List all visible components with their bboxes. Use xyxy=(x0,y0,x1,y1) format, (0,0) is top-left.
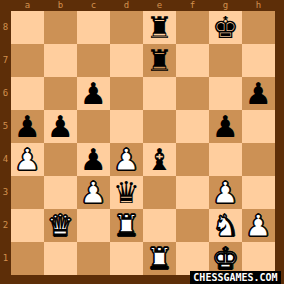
square-e2[interactable] xyxy=(143,209,176,242)
square-g8[interactable]: ♚ xyxy=(209,11,242,44)
square-a1[interactable] xyxy=(11,242,44,275)
square-b3[interactable] xyxy=(44,176,77,209)
square-f6[interactable] xyxy=(176,77,209,110)
square-a7[interactable] xyxy=(11,44,44,77)
black-pawn[interactable]: ♟ xyxy=(212,110,239,143)
square-a2[interactable] xyxy=(11,209,44,242)
square-h4[interactable] xyxy=(242,143,275,176)
square-c5[interactable] xyxy=(77,110,110,143)
rank-label-4: 4 xyxy=(0,143,11,176)
square-c3[interactable]: ♟ xyxy=(77,176,110,209)
square-f7[interactable] xyxy=(176,44,209,77)
chess-board: ♜♚♜♟♟♟♟♟♟♟♟♝♟♛♟♛♜♞♟♜♚ xyxy=(11,11,275,275)
square-f5[interactable] xyxy=(176,110,209,143)
file-label-h: h xyxy=(242,0,275,11)
square-b1[interactable] xyxy=(44,242,77,275)
square-g7[interactable] xyxy=(209,44,242,77)
square-c7[interactable] xyxy=(77,44,110,77)
square-d5[interactable] xyxy=(110,110,143,143)
square-e1[interactable]: ♜ xyxy=(143,242,176,275)
square-d4[interactable]: ♟ xyxy=(110,143,143,176)
square-b4[interactable] xyxy=(44,143,77,176)
file-label-a: a xyxy=(11,0,44,11)
square-h2[interactable]: ♟ xyxy=(242,209,275,242)
file-label-f: f xyxy=(176,0,209,11)
square-g6[interactable] xyxy=(209,77,242,110)
square-a6[interactable] xyxy=(11,77,44,110)
white-knight[interactable]: ♞ xyxy=(212,209,239,242)
square-f3[interactable] xyxy=(176,176,209,209)
square-d7[interactable] xyxy=(110,44,143,77)
white-pawn[interactable]: ♟ xyxy=(80,176,107,209)
square-h3[interactable] xyxy=(242,176,275,209)
square-c1[interactable] xyxy=(77,242,110,275)
square-d1[interactable] xyxy=(110,242,143,275)
square-h5[interactable] xyxy=(242,110,275,143)
file-label-b: b xyxy=(44,0,77,11)
square-g3[interactable]: ♟ xyxy=(209,176,242,209)
rank-label-5: 5 xyxy=(0,110,11,143)
square-b2[interactable]: ♛ xyxy=(44,209,77,242)
square-e3[interactable] xyxy=(143,176,176,209)
file-label-d: d xyxy=(110,0,143,11)
white-pawn[interactable]: ♟ xyxy=(113,143,140,176)
black-pawn[interactable]: ♟ xyxy=(47,110,74,143)
square-g5[interactable]: ♟ xyxy=(209,110,242,143)
square-d2[interactable]: ♜ xyxy=(110,209,143,242)
rank-label-6: 6 xyxy=(0,77,11,110)
square-f2[interactable] xyxy=(176,209,209,242)
square-a4[interactable]: ♟ xyxy=(11,143,44,176)
square-e8[interactable]: ♜ xyxy=(143,11,176,44)
rank-labels: 87654321 xyxy=(0,11,11,275)
square-h6[interactable]: ♟ xyxy=(242,77,275,110)
square-e6[interactable] xyxy=(143,77,176,110)
black-pawn[interactable]: ♟ xyxy=(80,77,107,110)
black-king[interactable]: ♚ xyxy=(212,11,239,44)
square-e5[interactable] xyxy=(143,110,176,143)
white-queen[interactable]: ♛ xyxy=(47,209,74,242)
square-c6[interactable]: ♟ xyxy=(77,77,110,110)
black-rook[interactable]: ♜ xyxy=(146,44,173,77)
square-b8[interactable] xyxy=(44,11,77,44)
square-f8[interactable] xyxy=(176,11,209,44)
rank-label-7: 7 xyxy=(0,44,11,77)
white-rook[interactable]: ♜ xyxy=(113,209,140,242)
square-c4[interactable]: ♟ xyxy=(77,143,110,176)
square-b7[interactable] xyxy=(44,44,77,77)
black-queen[interactable]: ♛ xyxy=(113,176,140,209)
square-g4[interactable] xyxy=(209,143,242,176)
white-pawn[interactable]: ♟ xyxy=(14,143,41,176)
watermark-text: CHESSGAMES.COM xyxy=(193,272,277,283)
square-f4[interactable] xyxy=(176,143,209,176)
square-d3[interactable]: ♛ xyxy=(110,176,143,209)
square-h7[interactable] xyxy=(242,44,275,77)
rank-label-1: 1 xyxy=(0,242,11,275)
black-pawn[interactable]: ♟ xyxy=(80,143,107,176)
square-d8[interactable] xyxy=(110,11,143,44)
rank-label-2: 2 xyxy=(0,209,11,242)
chess-board-diagram: abcdefgh 87654321 ♜♚♜♟♟♟♟♟♟♟♟♝♟♛♟♛♜♞♟♜♚ … xyxy=(0,0,284,284)
square-a5[interactable]: ♟ xyxy=(11,110,44,143)
square-c2[interactable] xyxy=(77,209,110,242)
square-a8[interactable] xyxy=(11,11,44,44)
square-b6[interactable] xyxy=(44,77,77,110)
watermark-bar: CHESSGAMES.COM xyxy=(190,271,281,284)
square-a3[interactable] xyxy=(11,176,44,209)
square-h8[interactable] xyxy=(242,11,275,44)
black-bishop[interactable]: ♝ xyxy=(146,143,173,176)
white-pawn[interactable]: ♟ xyxy=(212,176,239,209)
white-pawn[interactable]: ♟ xyxy=(245,209,272,242)
black-rook[interactable]: ♜ xyxy=(146,11,173,44)
black-pawn[interactable]: ♟ xyxy=(14,110,41,143)
file-label-c: c xyxy=(77,0,110,11)
square-g2[interactable]: ♞ xyxy=(209,209,242,242)
rank-label-8: 8 xyxy=(0,11,11,44)
white-rook[interactable]: ♜ xyxy=(146,242,173,275)
square-d6[interactable] xyxy=(110,77,143,110)
rank-label-3: 3 xyxy=(0,176,11,209)
square-b5[interactable]: ♟ xyxy=(44,110,77,143)
square-e7[interactable]: ♜ xyxy=(143,44,176,77)
black-pawn[interactable]: ♟ xyxy=(245,77,272,110)
square-c8[interactable] xyxy=(77,11,110,44)
square-e4[interactable]: ♝ xyxy=(143,143,176,176)
